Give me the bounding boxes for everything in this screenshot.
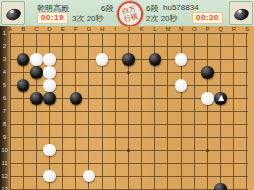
row-label: 9 <box>0 134 9 141</box>
row-label: 3 <box>0 56 9 63</box>
grid-hline <box>10 137 248 138</box>
left-player-avatar[interactable] <box>1 1 25 25</box>
grid-hline <box>10 163 248 164</box>
white-stone <box>43 53 55 65</box>
column-label: C <box>31 26 41 33</box>
row-label: 11 <box>0 160 9 167</box>
column-label: G <box>84 26 94 33</box>
column-label: R <box>229 26 239 33</box>
game-header: 乾明高殿 6段 00:19 3次 20秒 白方 行棋 6段 hu578834 2… <box>0 0 254 26</box>
white-stone <box>43 170 55 182</box>
star-point <box>206 149 209 152</box>
black-stone <box>214 92 226 104</box>
grid-hline <box>10 124 248 125</box>
row-label: 1 <box>0 30 9 37</box>
black-stone <box>149 53 161 65</box>
grid-hline <box>10 111 248 112</box>
black-stone <box>122 53 134 65</box>
white-stone <box>43 79 55 91</box>
go-board[interactable]: ABCDEFGHIJKLMNOPQRS12345678910111213 <box>0 26 254 190</box>
right-player-clock: 00:20 <box>192 12 223 24</box>
right-player-byoyomi: 2次 20秒 <box>146 13 178 24</box>
left-player-clock: 00:19 <box>37 12 68 24</box>
row-label: 10 <box>0 147 9 154</box>
black-stone <box>30 92 42 104</box>
star-point <box>127 71 130 74</box>
white-stone <box>175 53 187 65</box>
white-stone <box>43 144 55 156</box>
white-stone <box>30 53 42 65</box>
black-stone <box>214 183 226 190</box>
column-label: F <box>71 26 81 33</box>
black-stone <box>30 66 42 78</box>
column-label: Q <box>216 26 226 33</box>
black-stone <box>70 92 82 104</box>
column-label: J <box>123 26 133 33</box>
white-stone <box>175 79 187 91</box>
column-label: N <box>176 26 186 33</box>
row-label: 7 <box>0 108 9 115</box>
row-label: 12 <box>0 173 9 180</box>
black-stone <box>201 66 213 78</box>
black-stone <box>17 79 29 91</box>
column-label: S <box>242 26 252 33</box>
white-stone <box>201 92 213 104</box>
left-player-byoyomi: 3次 20秒 <box>72 13 104 24</box>
row-label: 8 <box>0 121 9 128</box>
right-player-avatar[interactable] <box>229 1 253 25</box>
row-label: 13 <box>0 186 9 190</box>
column-label: D <box>44 26 54 33</box>
black-stone <box>17 53 29 65</box>
grid-hline <box>10 189 248 190</box>
star-point <box>127 149 130 152</box>
column-label: M <box>163 26 173 33</box>
column-label: O <box>189 26 199 33</box>
column-label: K <box>137 26 147 33</box>
grid-hline <box>10 33 248 34</box>
column-label: L <box>150 26 160 33</box>
right-player-name: hu578834 <box>163 3 199 12</box>
column-label: E <box>58 26 68 33</box>
white-stone <box>43 66 55 78</box>
column-label: P <box>202 26 212 33</box>
grid-hline <box>10 46 248 47</box>
column-label: I <box>110 26 120 33</box>
row-label: 2 <box>0 43 9 50</box>
row-label: 6 <box>0 95 9 102</box>
white-stone <box>96 53 108 65</box>
last-move-marker <box>218 95 224 101</box>
column-label: B <box>18 26 28 33</box>
white-stone <box>83 170 95 182</box>
black-stone <box>43 92 55 104</box>
go-app-screen: 乾明高殿 6段 00:19 3次 20秒 白方 行棋 6段 hu578834 2… <box>0 0 254 190</box>
row-label: 5 <box>0 82 9 89</box>
row-label: 4 <box>0 69 9 76</box>
column-label: H <box>97 26 107 33</box>
